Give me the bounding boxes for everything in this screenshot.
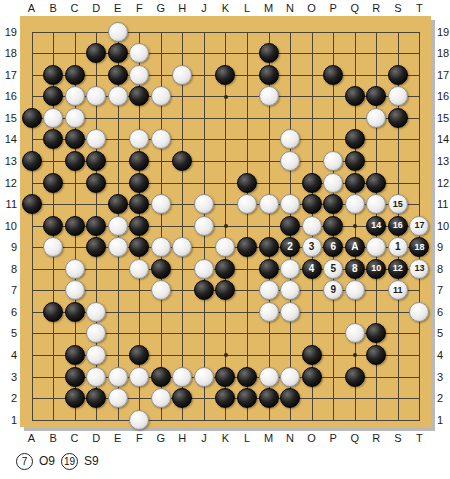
black-stone [86, 216, 106, 236]
black-stone [215, 280, 235, 300]
col-label-top: S [390, 3, 406, 14]
black-stone [86, 237, 106, 257]
move-number-label: 13 [410, 260, 428, 278]
white-stone [65, 86, 85, 106]
caption-white-move-circle: 7 [16, 453, 33, 470]
row-label-left: 12 [0, 178, 17, 189]
black-stone [366, 323, 386, 343]
col-label-top: O [304, 3, 320, 14]
white-stone [323, 151, 343, 171]
white-stone: 9 [323, 280, 343, 300]
white-stone [129, 43, 149, 63]
col-label-top: C [67, 3, 83, 14]
black-stone [302, 173, 322, 193]
caption-coordinate-text: O9 [39, 454, 55, 468]
col-label-bottom: M [261, 433, 277, 444]
black-stone [259, 259, 279, 279]
go-board: 15141617236A118458101213911 [20, 16, 431, 427]
black-stone [323, 216, 343, 236]
white-stone [345, 194, 365, 214]
white-stone [108, 237, 128, 257]
white-stone [194, 367, 214, 387]
white-stone [108, 367, 128, 387]
black-stone [345, 86, 365, 106]
col-label-bottom: Q [347, 433, 363, 444]
black-stone [86, 388, 106, 408]
white-stone [194, 259, 214, 279]
black-stone [302, 367, 322, 387]
row-label-right: 14 [437, 134, 450, 145]
black-stone: 8 [345, 259, 365, 279]
row-label-left: 14 [0, 134, 17, 145]
white-stone [108, 22, 128, 42]
black-stone [259, 65, 279, 85]
row-label-right: 17 [437, 70, 450, 81]
col-label-top: H [174, 3, 190, 14]
row-label-right: 12 [437, 178, 450, 189]
row-label-right: 16 [437, 91, 450, 102]
black-stone [280, 388, 300, 408]
row-label-right: 11 [437, 199, 450, 210]
white-stone [302, 216, 322, 236]
white-stone [280, 194, 300, 214]
black-stone: 2 [280, 237, 300, 257]
move-number-label: 6 [324, 238, 342, 256]
black-stone: 16 [388, 216, 408, 236]
white-stone [151, 194, 171, 214]
white-stone: 3 [302, 237, 322, 257]
black-stone [129, 345, 149, 365]
row-label-left: 1 [0, 415, 17, 426]
col-label-bottom: O [304, 433, 320, 444]
black-stone [237, 237, 257, 257]
col-label-top: R [368, 3, 384, 14]
black-stone [65, 345, 85, 365]
white-stone: 1 [388, 237, 408, 257]
black-stone: 4 [302, 259, 322, 279]
white-stone [65, 108, 85, 128]
move-number-label: 12 [389, 260, 407, 278]
white-stone [129, 259, 149, 279]
col-label-top: N [282, 3, 298, 14]
row-label-left: 15 [0, 113, 17, 124]
white-stone [108, 388, 128, 408]
row-label-left: 6 [0, 307, 17, 318]
move-number-label: 5 [324, 260, 342, 278]
move-number-label: 8 [346, 260, 364, 278]
black-stone [172, 151, 192, 171]
black-stone: 12 [388, 259, 408, 279]
white-stone [151, 388, 171, 408]
black-stone [43, 173, 63, 193]
black-stone [215, 259, 235, 279]
white-stone [86, 367, 106, 387]
col-label-bottom: K [217, 433, 233, 444]
move-number-label: 1 [389, 238, 407, 256]
white-stone [237, 194, 257, 214]
white-stone [129, 129, 149, 149]
row-label-right: 18 [437, 48, 450, 59]
black-stone [237, 367, 257, 387]
black-stone [43, 302, 63, 322]
white-stone [280, 280, 300, 300]
black-stone: A [345, 237, 365, 257]
black-stone: 10 [366, 259, 386, 279]
white-stone [65, 280, 85, 300]
black-stone [129, 194, 149, 214]
move-number-label: 2 [281, 238, 299, 256]
white-stone [86, 345, 106, 365]
white-stone [194, 194, 214, 214]
row-label-right: 7 [437, 285, 450, 296]
white-stone [259, 367, 279, 387]
black-stone [259, 237, 279, 257]
white-stone [151, 86, 171, 106]
move-number-label: 3 [303, 238, 321, 256]
col-label-bottom: D [88, 433, 104, 444]
col-label-bottom: A [24, 433, 40, 444]
white-stone: 11 [388, 280, 408, 300]
black-stone: 18 [409, 237, 429, 257]
black-stone [345, 129, 365, 149]
white-stone [388, 86, 408, 106]
move-number-label: 16 [389, 217, 407, 235]
row-label-left: 19 [0, 27, 17, 38]
black-stone [108, 65, 128, 85]
black-stone [323, 65, 343, 85]
move-number-label: 18 [410, 238, 428, 256]
row-label-right: 19 [437, 27, 450, 38]
white-stone [366, 194, 386, 214]
black-stone [345, 173, 365, 193]
white-stone: 17 [409, 216, 429, 236]
black-stone [65, 216, 85, 236]
col-label-bottom: T [411, 433, 427, 444]
row-label-right: 13 [437, 156, 450, 167]
white-stone [366, 237, 386, 257]
star-point [224, 353, 228, 357]
caption-coordinate-text: S9 [84, 454, 99, 468]
black-stone [129, 237, 149, 257]
col-label-top: F [131, 3, 147, 14]
row-label-left: 17 [0, 70, 17, 81]
white-stone: 13 [409, 259, 429, 279]
star-point [353, 353, 357, 357]
white-stone [86, 323, 106, 343]
black-stone [151, 259, 171, 279]
black-stone [43, 129, 63, 149]
row-label-right: 2 [437, 393, 450, 404]
white-stone [172, 367, 192, 387]
col-label-bottom: S [390, 433, 406, 444]
white-stone [323, 173, 343, 193]
row-label-left: 8 [0, 264, 17, 275]
black-stone [43, 65, 63, 85]
white-stone [172, 65, 192, 85]
black-stone [388, 108, 408, 128]
star-point [353, 224, 357, 228]
row-label-right: 8 [437, 264, 450, 275]
move-number-label: 11 [389, 281, 407, 299]
white-stone [129, 65, 149, 85]
black-stone [237, 388, 257, 408]
black-stone [22, 151, 42, 171]
row-label-right: 10 [437, 221, 450, 232]
black-stone [172, 388, 192, 408]
white-stone [86, 302, 106, 322]
black-stone [237, 173, 257, 193]
white-stone [129, 410, 149, 430]
col-label-top: M [261, 3, 277, 14]
white-stone [108, 216, 128, 236]
white-stone [366, 108, 386, 128]
black-stone [65, 129, 85, 149]
white-stone [259, 194, 279, 214]
white-stone [108, 86, 128, 106]
white-stone [151, 237, 171, 257]
white-stone [151, 280, 171, 300]
col-label-top: E [110, 3, 126, 14]
col-label-bottom: N [282, 433, 298, 444]
white-stone [280, 151, 300, 171]
black-stone [22, 194, 42, 214]
row-label-left: 16 [0, 91, 17, 102]
move-number-label: 14 [367, 217, 385, 235]
col-label-bottom: E [110, 433, 126, 444]
black-stone [388, 65, 408, 85]
col-label-top: K [217, 3, 233, 14]
col-label-top: P [325, 3, 341, 14]
white-stone [65, 259, 85, 279]
black-stone [43, 216, 63, 236]
white-stone [345, 280, 365, 300]
black-stone [215, 367, 235, 387]
black-stone [43, 86, 63, 106]
black-stone [366, 173, 386, 193]
black-stone [323, 194, 343, 214]
black-stone [259, 388, 279, 408]
black-stone: 14 [366, 216, 386, 236]
caption: 7O919S9 [16, 450, 99, 472]
move-number-label: 10 [367, 260, 385, 278]
black-stone [129, 216, 149, 236]
black-stone [302, 194, 322, 214]
row-label-left: 13 [0, 156, 17, 167]
white-stone [345, 323, 365, 343]
col-label-top: A [24, 3, 40, 14]
black-stone [194, 280, 214, 300]
black-stone [65, 151, 85, 171]
move-number-label: 9 [324, 281, 342, 299]
white-stone [280, 129, 300, 149]
white-stone [172, 237, 192, 257]
col-label-top: G [153, 3, 169, 14]
move-number-label: 15 [389, 195, 407, 213]
move-number-label: A [346, 238, 364, 256]
black-stone [86, 173, 106, 193]
black-stone [129, 86, 149, 106]
row-label-left: 7 [0, 285, 17, 296]
white-stone [43, 237, 63, 257]
white-stone [409, 302, 429, 322]
black-stone [65, 302, 85, 322]
black-stone [215, 65, 235, 85]
white-stone [129, 367, 149, 387]
white-stone [86, 86, 106, 106]
move-number-label: 4 [303, 260, 321, 278]
black-stone [366, 86, 386, 106]
go-kifu-screenshot: 15141617236A118458101213911 7O919S9 AABB… [0, 0, 450, 479]
caption-white-move-circle: 19 [61, 453, 78, 470]
white-stone [259, 302, 279, 322]
black-stone [65, 65, 85, 85]
white-stone [280, 259, 300, 279]
col-label-top: J [196, 3, 212, 14]
black-stone [215, 388, 235, 408]
black-stone [280, 216, 300, 236]
row-label-left: 9 [0, 242, 17, 253]
col-label-bottom: J [196, 433, 212, 444]
star-point [224, 224, 228, 228]
row-label-left: 3 [0, 372, 17, 383]
row-label-right: 9 [437, 242, 450, 253]
black-stone [151, 367, 171, 387]
row-label-left: 10 [0, 221, 17, 232]
black-stone [345, 367, 365, 387]
black-stone [366, 345, 386, 365]
col-label-bottom: R [368, 433, 384, 444]
black-stone [108, 194, 128, 214]
col-label-bottom: L [239, 433, 255, 444]
row-label-right: 3 [437, 372, 450, 383]
white-stone [151, 129, 171, 149]
row-label-left: 2 [0, 393, 17, 404]
grid-line-v [247, 32, 248, 421]
black-stone [345, 151, 365, 171]
col-label-top: Q [347, 3, 363, 14]
col-label-bottom: C [67, 433, 83, 444]
col-label-top: D [88, 3, 104, 14]
white-stone [194, 216, 214, 236]
star-point [224, 95, 228, 99]
white-stone [259, 280, 279, 300]
col-label-top: L [239, 3, 255, 14]
white-stone [259, 86, 279, 106]
white-stone [215, 237, 235, 257]
col-label-top: B [45, 3, 61, 14]
black-stone [86, 151, 106, 171]
col-label-bottom: P [325, 433, 341, 444]
black-stone [65, 388, 85, 408]
black-stone [302, 345, 322, 365]
col-label-top: T [411, 3, 427, 14]
white-stone: 5 [323, 259, 343, 279]
row-label-left: 11 [0, 199, 17, 210]
grid-line-h [32, 420, 421, 421]
black-stone [22, 108, 42, 128]
black-stone: 6 [323, 237, 343, 257]
black-stone [65, 367, 85, 387]
white-stone: 15 [388, 194, 408, 214]
row-label-left: 4 [0, 350, 17, 361]
white-stone [280, 302, 300, 322]
move-number-label: 17 [410, 217, 428, 235]
white-stone [43, 108, 63, 128]
black-stone [108, 43, 128, 63]
row-label-right: 15 [437, 113, 450, 124]
row-label-left: 18 [0, 48, 17, 59]
row-label-right: 4 [437, 350, 450, 361]
white-stone [86, 129, 106, 149]
col-label-bottom: G [153, 433, 169, 444]
row-label-right: 6 [437, 307, 450, 318]
col-label-bottom: B [45, 433, 61, 444]
black-stone [86, 43, 106, 63]
row-label-right: 1 [437, 415, 450, 426]
row-label-left: 5 [0, 328, 17, 339]
black-stone [259, 43, 279, 63]
col-label-bottom: H [174, 433, 190, 444]
col-label-bottom: F [131, 433, 147, 444]
row-label-right: 5 [437, 328, 450, 339]
black-stone [129, 151, 149, 171]
black-stone [129, 173, 149, 193]
white-stone [280, 367, 300, 387]
